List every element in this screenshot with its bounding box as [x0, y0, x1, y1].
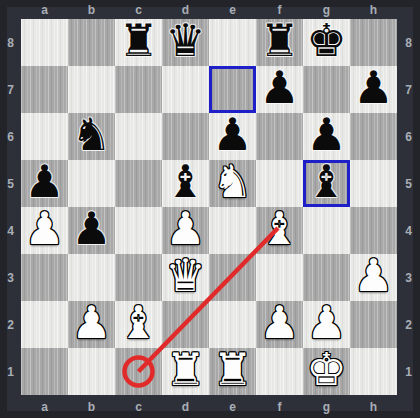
- piece-white-queen[interactable]: ♛: [165, 253, 205, 298]
- square-b4[interactable]: ♟: [68, 207, 115, 254]
- piece-white-pawn[interactable]: ♟: [306, 300, 346, 345]
- square-g8[interactable]: ♚: [303, 19, 350, 66]
- piece-black-pawn[interactable]: ♟: [71, 206, 111, 251]
- square-f4[interactable]: ♝: [256, 207, 303, 254]
- piece-white-bishop[interactable]: ♝: [118, 300, 158, 345]
- coord-label-6: 6: [397, 113, 420, 160]
- square-a2[interactable]: [21, 301, 68, 348]
- piece-white-pawn[interactable]: ♟: [259, 300, 299, 345]
- piece-black-rook[interactable]: ♜: [259, 18, 299, 63]
- square-h5[interactable]: [350, 160, 397, 207]
- coord-label-8: 8: [397, 19, 420, 66]
- piece-white-rook[interactable]: ♜: [212, 347, 252, 392]
- piece-black-knight[interactable]: ♞: [71, 112, 111, 157]
- coord-label-5: 5: [397, 160, 420, 207]
- square-b3[interactable]: [68, 254, 115, 301]
- piece-white-knight[interactable]: ♞: [212, 159, 252, 204]
- square-d2[interactable]: [162, 301, 209, 348]
- square-f3[interactable]: [256, 254, 303, 301]
- coord-label-7: 7: [397, 66, 420, 113]
- piece-white-king[interactable]: ♚: [306, 347, 346, 392]
- piece-black-pawn[interactable]: ♟: [259, 65, 299, 110]
- coord-label-a: a: [21, 395, 68, 418]
- piece-black-pawn[interactable]: ♟: [306, 112, 346, 157]
- coord-label-2: 2: [397, 301, 420, 348]
- coord-label-a: a: [21, 0, 68, 19]
- square-a7[interactable]: [21, 66, 68, 113]
- square-h8[interactable]: [350, 19, 397, 66]
- piece-black-king[interactable]: ♚: [306, 18, 346, 63]
- square-f8[interactable]: ♜: [256, 19, 303, 66]
- file-labels-bottom: abcdefgh: [21, 395, 397, 418]
- square-f7[interactable]: ♟: [256, 66, 303, 113]
- coord-label-d: d: [162, 395, 209, 418]
- square-d4[interactable]: ♟: [162, 207, 209, 254]
- coord-label-b: b: [68, 395, 115, 418]
- square-g2[interactable]: ♟: [303, 301, 350, 348]
- coord-label-5: 5: [0, 160, 21, 207]
- coord-label-2: 2: [0, 301, 21, 348]
- square-b5[interactable]: [68, 160, 115, 207]
- square-e8[interactable]: [209, 19, 256, 66]
- square-h1[interactable]: [350, 348, 397, 395]
- coord-label-f: f: [256, 395, 303, 418]
- square-e5[interactable]: ♞: [209, 160, 256, 207]
- rank-labels-right: 87654321: [397, 19, 420, 395]
- piece-black-bishop[interactable]: ♝: [306, 159, 346, 204]
- square-d6[interactable]: [162, 113, 209, 160]
- square-f6[interactable]: [256, 113, 303, 160]
- square-h6[interactable]: [350, 113, 397, 160]
- square-f1[interactable]: [256, 348, 303, 395]
- coord-label-3: 3: [397, 254, 420, 301]
- piece-white-pawn[interactable]: ♟: [24, 206, 64, 251]
- square-e1[interactable]: ♜: [209, 348, 256, 395]
- square-b2[interactable]: ♟: [68, 301, 115, 348]
- square-d1[interactable]: ♜: [162, 348, 209, 395]
- rank-labels-left: 87654321: [0, 19, 21, 395]
- square-e6[interactable]: ♟: [209, 113, 256, 160]
- piece-white-bishop[interactable]: ♝: [259, 206, 299, 251]
- square-d7[interactable]: [162, 66, 209, 113]
- coord-label-e: e: [209, 0, 256, 19]
- chess-board[interactable]: ♜♛♜♚♟♟♞♟♟♟♝♞♝♟♟♟♝♛♟♟♝♟♟♜♜♚: [21, 19, 397, 395]
- square-a4[interactable]: ♟: [21, 207, 68, 254]
- square-g6[interactable]: ♟: [303, 113, 350, 160]
- square-g5[interactable]: ♝: [303, 160, 350, 207]
- coord-label-6: 6: [0, 113, 21, 160]
- coord-label-h: h: [350, 0, 397, 19]
- square-c2[interactable]: ♝: [115, 301, 162, 348]
- square-b8[interactable]: [68, 19, 115, 66]
- square-e7[interactable]: [209, 66, 256, 113]
- coord-label-b: b: [68, 0, 115, 19]
- square-h2[interactable]: [350, 301, 397, 348]
- square-e3[interactable]: [209, 254, 256, 301]
- square-e2[interactable]: [209, 301, 256, 348]
- square-f2[interactable]: ♟: [256, 301, 303, 348]
- square-h7[interactable]: ♟: [350, 66, 397, 113]
- square-a6[interactable]: [21, 113, 68, 160]
- square-a1[interactable]: [21, 348, 68, 395]
- coord-label-c: c: [115, 395, 162, 418]
- coord-label-1: 1: [397, 348, 420, 395]
- piece-white-pawn[interactable]: ♟: [353, 253, 393, 298]
- square-d5[interactable]: ♝: [162, 160, 209, 207]
- piece-black-queen[interactable]: ♛: [165, 18, 205, 63]
- coord-label-4: 4: [397, 207, 420, 254]
- square-c5[interactable]: [115, 160, 162, 207]
- piece-black-rook[interactable]: ♜: [118, 18, 158, 63]
- square-a3[interactable]: [21, 254, 68, 301]
- coord-label-7: 7: [0, 66, 21, 113]
- coord-label-4: 4: [0, 207, 21, 254]
- piece-white-rook[interactable]: ♜: [165, 347, 205, 392]
- square-c4[interactable]: [115, 207, 162, 254]
- square-b1[interactable]: [68, 348, 115, 395]
- coord-label-3: 3: [0, 254, 21, 301]
- piece-black-pawn[interactable]: ♟: [24, 159, 64, 204]
- piece-black-pawn[interactable]: ♟: [353, 65, 393, 110]
- square-f5[interactable]: [256, 160, 303, 207]
- piece-black-bishop[interactable]: ♝: [165, 159, 205, 204]
- square-e4[interactable]: [209, 207, 256, 254]
- square-c6[interactable]: [115, 113, 162, 160]
- square-a8[interactable]: [21, 19, 68, 66]
- square-d8[interactable]: ♛: [162, 19, 209, 66]
- square-c1[interactable]: [115, 348, 162, 395]
- coord-label-g: g: [303, 395, 350, 418]
- square-g7[interactable]: [303, 66, 350, 113]
- piece-white-pawn[interactable]: ♟: [165, 206, 205, 251]
- square-h3[interactable]: ♟: [350, 254, 397, 301]
- square-g4[interactable]: [303, 207, 350, 254]
- coord-label-8: 8: [0, 19, 21, 66]
- coord-label-h: h: [350, 395, 397, 418]
- square-a5[interactable]: ♟: [21, 160, 68, 207]
- piece-white-pawn[interactable]: ♟: [71, 300, 111, 345]
- coord-label-e: e: [209, 395, 256, 418]
- coord-label-1: 1: [0, 348, 21, 395]
- square-b7[interactable]: [68, 66, 115, 113]
- square-b6[interactable]: ♞: [68, 113, 115, 160]
- chess-board-panel: abcdefgh abcdefgh 87654321 87654321 ♜♛♜♚…: [0, 0, 420, 418]
- square-h4[interactable]: [350, 207, 397, 254]
- square-g1[interactable]: ♚: [303, 348, 350, 395]
- piece-black-pawn[interactable]: ♟: [212, 112, 252, 157]
- square-d3[interactable]: ♛: [162, 254, 209, 301]
- square-c3[interactable]: [115, 254, 162, 301]
- square-c8[interactable]: ♜: [115, 19, 162, 66]
- square-c7[interactable]: [115, 66, 162, 113]
- square-g3[interactable]: [303, 254, 350, 301]
